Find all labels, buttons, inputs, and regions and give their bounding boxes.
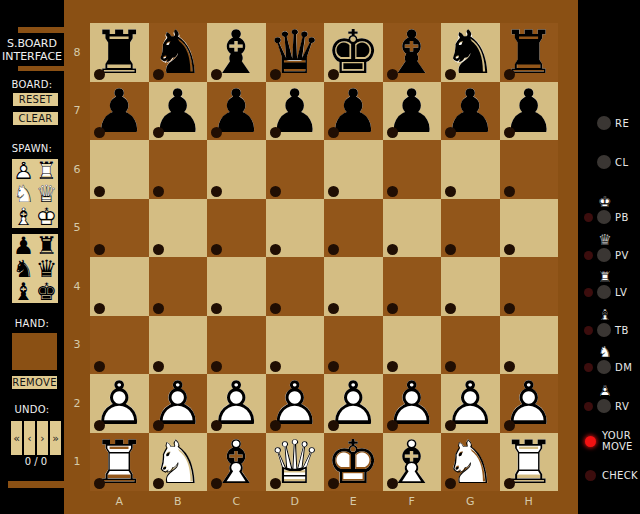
hand-slot[interactable] (12, 333, 57, 370)
sensor-dot (270, 420, 281, 431)
square-f5[interactable] (383, 199, 442, 258)
sensor-dot (504, 186, 515, 197)
indicator-label: PB (615, 212, 629, 223)
indicator-label: RV (615, 401, 629, 412)
sensor-dot (387, 303, 398, 314)
square-h4[interactable] (500, 257, 559, 316)
sensor-dot (504, 69, 515, 80)
clear-button[interactable]: CLEAR (13, 112, 58, 125)
sensor-dot (504, 478, 515, 489)
square-e8[interactable]: ♔♚ (324, 23, 383, 82)
board-section-label: BOARD: (0, 79, 64, 90)
square-b3[interactable] (149, 316, 208, 375)
square-d3[interactable] (266, 316, 325, 375)
sensor-dot (328, 361, 339, 372)
indicator-mini-led (584, 326, 593, 335)
king-mini-icon: ♚♔ (597, 195, 613, 209)
square-f8[interactable]: ♗♝ (383, 23, 442, 82)
square-d7[interactable]: ♙♟ (266, 82, 325, 141)
sensor-dot (94, 244, 105, 255)
square-f7[interactable]: ♙♟ (383, 82, 442, 141)
sensor-dot (504, 420, 515, 431)
sensor-dot (504, 127, 515, 138)
sensor-dot (94, 69, 105, 80)
indicator-mini-led-placeholder (584, 119, 593, 128)
indicator-label: TB (615, 325, 629, 336)
rank-label-2: 2 (64, 374, 90, 433)
indicator-re: RE (578, 115, 640, 131)
square-b7[interactable]: ♙♟ (149, 82, 208, 141)
sensor-dot (328, 244, 339, 255)
indicator-led (597, 155, 611, 169)
sensor-dot (270, 186, 281, 197)
indicator-mini-led (584, 213, 593, 222)
indicator-mini-led-placeholder (584, 158, 593, 167)
indicator-mini-led (584, 363, 593, 372)
square-c6[interactable] (207, 140, 266, 199)
square-e4[interactable] (324, 257, 383, 316)
sensor-dot (328, 478, 339, 489)
sensor-dot (445, 244, 456, 255)
square-b4[interactable] (149, 257, 208, 316)
sensor-dot (211, 69, 222, 80)
knight-mini-icon: ♞♘ (597, 345, 613, 359)
square-h1[interactable]: ♜♖ (500, 433, 559, 492)
remove-button[interactable]: REMOVE (12, 376, 57, 389)
square-b2[interactable]: ♟♙ (149, 374, 208, 433)
sensor-dot (94, 478, 105, 489)
sensor-dot (94, 303, 105, 314)
sensor-dot (504, 244, 515, 255)
spawn-section-label: SPAWN: (0, 143, 64, 154)
spawn-cell[interactable]: ♚♔ (35, 205, 58, 228)
sensor-dot (387, 69, 398, 80)
sensor-dot (153, 244, 164, 255)
rook-mini-icon: ♜♖ (597, 270, 613, 284)
board-frame: ♖♜♘♞♗♝♕♛♔♚♗♝♘♞♖♜♙♟♙♟♙♟♙♟♙♟♙♟♙♟♙♟♟♙♟♙♟♙♟♙… (64, 0, 578, 514)
square-e5[interactable] (324, 199, 383, 258)
square-g2[interactable]: ♟♙ (441, 374, 500, 433)
square-a5[interactable] (90, 199, 149, 258)
square-h7[interactable]: ♙♟ (500, 82, 559, 141)
square-c4[interactable] (207, 257, 266, 316)
check-label: CHECK (602, 470, 640, 481)
sensor-dot (270, 69, 281, 80)
sensor-dot (328, 127, 339, 138)
square-g6[interactable] (441, 140, 500, 199)
square-e7[interactable]: ♙♟ (324, 82, 383, 141)
sensor-dot (387, 244, 398, 255)
spawn-palette-black: ♙♟♖♜♘♞♕♛♗♝♔♚ (12, 234, 58, 303)
square-a8[interactable]: ♖♜ (90, 23, 149, 82)
rank-label-4: 4 (64, 257, 90, 316)
indicator-dm: DM (578, 359, 640, 375)
square-d1[interactable]: ♛♕ (266, 433, 325, 492)
sensor-dot (211, 361, 222, 372)
square-e1[interactable]: ♚♔ (324, 433, 383, 492)
rank-label-8: 8 (64, 23, 90, 82)
square-f6[interactable] (383, 140, 442, 199)
sensor-dot (211, 127, 222, 138)
rank-label-7: 7 (64, 82, 90, 141)
left-sidebar: S.BOARD INTERFACE BOARD: RESET CLEAR SPA… (0, 0, 64, 514)
redo-forward-button[interactable]: › (37, 421, 48, 455)
chess-board-interface: S.BOARD INTERFACE BOARD: RESET CLEAR SPA… (0, 0, 640, 514)
sensor-dot (328, 303, 339, 314)
sensor-dot (94, 127, 105, 138)
square-f1[interactable]: ♝♗ (383, 433, 442, 492)
square-g7[interactable]: ♙♟ (441, 82, 500, 141)
sensor-dot (270, 478, 281, 489)
square-a4[interactable] (90, 257, 149, 316)
indicator-lv: LV (578, 284, 640, 300)
rank-label-1: 1 (64, 433, 90, 492)
square-g1[interactable]: ♞♘ (441, 433, 500, 492)
rank-label-6: 6 (64, 140, 90, 199)
queen-mini-icon: ♛♕ (597, 233, 613, 247)
sensor-dot (153, 186, 164, 197)
sensor-dot (211, 478, 222, 489)
sensor-dot (153, 478, 164, 489)
rank-label-5: 5 (64, 199, 90, 258)
app-title: S.BOARD INTERFACE (0, 37, 64, 63)
indicator-led (597, 323, 611, 337)
square-b6[interactable] (149, 140, 208, 199)
indicator-label: PV (615, 250, 629, 261)
piece-black-bishop[interactable]: ♗♝ (12, 280, 35, 303)
sensor-dot (387, 478, 398, 489)
square-b1[interactable]: ♞♘ (149, 433, 208, 492)
chess-board: ♖♜♘♞♗♝♕♛♔♚♗♝♘♞♖♜♙♟♙♟♙♟♙♟♙♟♙♟♙♟♙♟♟♙♟♙♟♙♟♙… (90, 23, 558, 491)
reset-button[interactable]: RESET (13, 93, 58, 106)
sensor-dot (387, 186, 398, 197)
sensor-dot (270, 303, 281, 314)
piece-white-bishop: ♝♗ (597, 308, 613, 322)
indicator-led (597, 399, 611, 413)
piece-white-king[interactable]: ♚♔ (35, 205, 58, 228)
piece-black-king[interactable]: ♔♚ (35, 280, 58, 303)
undo-counter: 0 / 0 (0, 456, 72, 467)
sensor-dot (387, 127, 398, 138)
sensor-dot (270, 244, 281, 255)
your-move-label: YOUR MOVE (602, 430, 640, 452)
indicator-led (597, 360, 611, 374)
square-h3[interactable] (500, 316, 559, 375)
sensor-dot (328, 420, 339, 431)
square-h5[interactable] (500, 199, 559, 258)
square-e2[interactable]: ♟♙ (324, 374, 383, 433)
square-d6[interactable] (266, 140, 325, 199)
square-c3[interactable] (207, 316, 266, 375)
square-b5[interactable] (149, 199, 208, 258)
sensor-dot (153, 420, 164, 431)
sensor-dot (445, 361, 456, 372)
indicator-mini-led (584, 288, 593, 297)
pawn-mini-icon: ♟♙ (597, 384, 613, 398)
undo-controls: «‹›» (11, 421, 61, 455)
sensor-dot (328, 69, 339, 80)
square-f2[interactable]: ♟♙ (383, 374, 442, 433)
indicator-label: RE (615, 118, 629, 129)
your-move-indicator: YOUR MOVE (578, 428, 640, 454)
square-g5[interactable] (441, 199, 500, 258)
undo-section-label: UNDO: (0, 404, 64, 415)
sensor-dot (211, 303, 222, 314)
sensor-dot (445, 186, 456, 197)
bishop-mini-icon: ♝♗ (597, 308, 613, 322)
sensor-dot (328, 186, 339, 197)
square-c5[interactable] (207, 199, 266, 258)
square-h6[interactable] (500, 140, 559, 199)
sensor-dot (153, 361, 164, 372)
divider-bar (18, 27, 64, 33)
square-c8[interactable]: ♗♝ (207, 23, 266, 82)
spawn-cell[interactable]: ♝♗ (12, 205, 35, 228)
sensor-dot (387, 420, 398, 431)
sensor-dot (504, 303, 515, 314)
piece-white-pawn: ♟♙ (597, 384, 613, 398)
indicator-pb: PB (578, 209, 640, 225)
redo-last-button[interactable]: » (50, 421, 61, 455)
square-c7[interactable]: ♙♟ (207, 82, 266, 141)
sensor-dot (504, 361, 515, 372)
check-led (585, 470, 596, 481)
rank-label-3: 3 (64, 316, 90, 375)
sensor-dot (445, 69, 456, 80)
square-h2[interactable]: ♟♙ (500, 374, 559, 433)
sensor-dot (94, 361, 105, 372)
square-f4[interactable] (383, 257, 442, 316)
status-panel: YOUR MOVE CHECK RECL♚♔PB♛♕PV♜♖LV♝♗TB♞♘DM… (578, 0, 640, 514)
sensor-dot (94, 186, 105, 197)
square-d8[interactable]: ♕♛ (266, 23, 325, 82)
square-e3[interactable] (324, 316, 383, 375)
your-move-led (585, 436, 596, 447)
sensor-dot (445, 478, 456, 489)
sensor-dot (445, 127, 456, 138)
indicator-mini-led (584, 251, 593, 260)
piece-white-bishop[interactable]: ♝♗ (12, 205, 35, 228)
square-a6[interactable] (90, 140, 149, 199)
indicator-led (597, 116, 611, 130)
sensor-dot (387, 361, 398, 372)
app-title-line1: S.BOARD (0, 37, 64, 50)
divider-bar (8, 481, 64, 488)
divider-bar (18, 66, 64, 71)
check-indicator: CHECK (578, 466, 640, 484)
indicator-label: CL (615, 157, 629, 168)
square-a1[interactable]: ♜♖ (90, 433, 149, 492)
app-title-line2: INTERFACE (0, 50, 64, 63)
sensor-dot (445, 420, 456, 431)
sensor-dot (445, 303, 456, 314)
sensor-dot (270, 127, 281, 138)
spawn-cell[interactable]: ♔♚ (35, 280, 58, 303)
square-a2[interactable]: ♟♙ (90, 374, 149, 433)
sensor-dot (211, 186, 222, 197)
square-h8[interactable]: ♖♜ (500, 23, 559, 82)
spawn-cell[interactable]: ♗♝ (12, 280, 35, 303)
square-c1[interactable]: ♝♗ (207, 433, 266, 492)
square-b8[interactable]: ♘♞ (149, 23, 208, 82)
square-f3[interactable] (383, 316, 442, 375)
indicator-mini-led (584, 402, 593, 411)
indicator-pv: PV (578, 247, 640, 263)
indicator-tb: TB (578, 322, 640, 338)
undo-back-button[interactable]: ‹ (24, 421, 35, 455)
indicator-label: DM (615, 362, 632, 373)
sensor-dot (94, 420, 105, 431)
square-g8[interactable]: ♘♞ (441, 23, 500, 82)
square-d2[interactable]: ♟♙ (266, 374, 325, 433)
undo-first-button[interactable]: « (11, 421, 22, 455)
square-d5[interactable] (266, 199, 325, 258)
square-g4[interactable] (441, 257, 500, 316)
square-c2[interactable]: ♟♙ (207, 374, 266, 433)
piece-white-knight: ♞♘ (597, 345, 613, 359)
indicator-label: LV (615, 287, 627, 298)
piece-white-king: ♚♔ (597, 195, 613, 209)
spawn-palette-white: ♟♙♜♖♞♘♛♕♝♗♚♔ (12, 159, 58, 228)
indicator-cl: CL (578, 154, 640, 170)
hand-section-label: HAND: (0, 318, 64, 329)
piece-white-rook: ♜♖ (597, 270, 613, 284)
square-e6[interactable] (324, 140, 383, 199)
square-g3[interactable] (441, 316, 500, 375)
sensor-dot (211, 420, 222, 431)
indicator-led (597, 210, 611, 224)
sensor-dot (153, 69, 164, 80)
square-a7[interactable]: ♙♟ (90, 82, 149, 141)
piece-white-queen: ♛♕ (597, 233, 613, 247)
sensor-dot (211, 244, 222, 255)
indicator-led (597, 285, 611, 299)
square-a3[interactable] (90, 316, 149, 375)
sensor-dot (153, 127, 164, 138)
indicator-led (597, 248, 611, 262)
sensor-dot (270, 361, 281, 372)
square-d4[interactable] (266, 257, 325, 316)
indicator-rv: RV (578, 398, 640, 414)
sensor-dot (153, 303, 164, 314)
